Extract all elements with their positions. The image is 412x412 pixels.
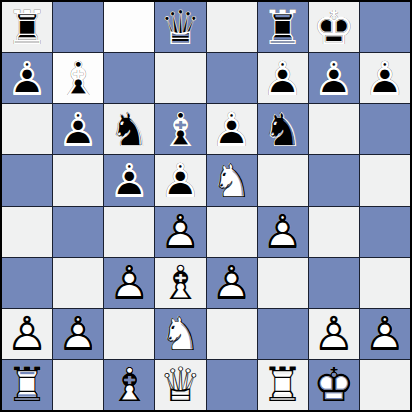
black-pawn-outline-icon: ♙ (53, 104, 103, 154)
square-g8[interactable]: ♚♔ (309, 2, 359, 52)
chess-board-frame: ♜♖♛♕♜♖♚♔♟♙♝♗♟♙♟♙♟♙♟♙♞♘♝♗♟♙♞♘♟♙♟♙♞♘♟♙♟♙♟♙… (0, 0, 412, 412)
square-c8[interactable] (104, 2, 154, 52)
square-c6[interactable]: ♞♘ (104, 104, 154, 154)
white-pawn-outline-icon: ♙ (155, 207, 205, 257)
black-pawn-outline-icon: ♙ (258, 53, 308, 103)
square-e7[interactable] (207, 53, 257, 103)
white-bishop-outline-icon: ♗ (104, 360, 154, 410)
square-b1[interactable] (53, 360, 103, 410)
black-rook-outline-icon: ♖ (2, 2, 52, 52)
square-e5[interactable]: ♞♘ (207, 155, 257, 205)
square-d3[interactable]: ♝♗ (155, 258, 205, 308)
white-pawn-outline-icon: ♙ (258, 207, 308, 257)
square-b6[interactable]: ♟♙ (53, 104, 103, 154)
black-knight-c6[interactable]: ♞♘ (104, 104, 154, 154)
white-pawn-outline-icon: ♙ (207, 258, 257, 308)
square-c5[interactable]: ♟♙ (104, 155, 154, 205)
black-pawn-outline-icon: ♙ (2, 53, 52, 103)
square-g4[interactable] (309, 207, 359, 257)
square-f8[interactable]: ♜♖ (258, 2, 308, 52)
square-f4[interactable]: ♟♙ (258, 207, 308, 257)
square-g6[interactable] (309, 104, 359, 154)
square-e1[interactable] (207, 360, 257, 410)
white-pawn-outline-icon: ♙ (309, 309, 359, 359)
square-a7[interactable]: ♟♙ (2, 53, 52, 103)
white-rook-a1[interactable]: ♜♖ (2, 360, 52, 410)
square-a8[interactable]: ♜♖ (2, 2, 52, 52)
square-b2[interactable]: ♟♙ (53, 309, 103, 359)
square-e4[interactable] (207, 207, 257, 257)
square-f3[interactable] (258, 258, 308, 308)
black-king-outline-icon: ♔ (309, 2, 359, 52)
square-h3[interactable] (360, 258, 410, 308)
black-pawn-outline-icon: ♙ (360, 53, 410, 103)
black-pawn-outline-icon: ♙ (207, 104, 257, 154)
white-pawn-outline-icon: ♙ (360, 309, 410, 359)
square-f6[interactable]: ♞♘ (258, 104, 308, 154)
white-pawn-f4[interactable]: ♟♙ (258, 207, 308, 257)
black-pawn-d5[interactable]: ♟♙ (155, 155, 205, 205)
white-pawn-h2[interactable]: ♟♙ (360, 309, 410, 359)
square-b4[interactable] (53, 207, 103, 257)
square-a5[interactable] (2, 155, 52, 205)
black-pawn-h7[interactable]: ♟♙ (360, 53, 410, 103)
square-e6[interactable]: ♟♙ (207, 104, 257, 154)
white-pawn-b2[interactable]: ♟♙ (53, 309, 103, 359)
square-d6[interactable]: ♝♗ (155, 104, 205, 154)
white-king-outline-icon: ♔ (309, 360, 359, 410)
square-c1[interactable]: ♝♗ (104, 360, 154, 410)
white-pawn-g2[interactable]: ♟♙ (309, 309, 359, 359)
black-rook-a8[interactable]: ♜♖ (2, 2, 52, 52)
square-g5[interactable] (309, 155, 359, 205)
white-knight-e5[interactable]: ♞♘ (207, 155, 257, 205)
white-pawn-e3[interactable]: ♟♙ (207, 258, 257, 308)
white-rook-outline-icon: ♖ (258, 360, 308, 410)
black-pawn-outline-icon: ♙ (155, 155, 205, 205)
white-queen-d1[interactable]: ♛♕ (155, 360, 205, 410)
square-c7[interactable] (104, 53, 154, 103)
black-pawn-a7[interactable]: ♟♙ (2, 53, 52, 103)
square-d8[interactable]: ♛♕ (155, 2, 205, 52)
square-h2[interactable]: ♟♙ (360, 309, 410, 359)
chess-board: ♜♖♛♕♜♖♚♔♟♙♝♗♟♙♟♙♟♙♟♙♞♘♝♗♟♙♞♘♟♙♟♙♞♘♟♙♟♙♟♙… (2, 2, 410, 410)
square-c4[interactable] (104, 207, 154, 257)
white-pawn-outline-icon: ♙ (53, 309, 103, 359)
black-pawn-f7[interactable]: ♟♙ (258, 53, 308, 103)
black-king-g8[interactable]: ♚♔ (309, 2, 359, 52)
white-knight-outline-icon: ♘ (207, 155, 257, 205)
square-a2[interactable]: ♟♙ (2, 309, 52, 359)
square-b3[interactable] (53, 258, 103, 308)
square-d2[interactable]: ♞♘ (155, 309, 205, 359)
square-a4[interactable] (2, 207, 52, 257)
square-c3[interactable]: ♟♙ (104, 258, 154, 308)
square-d5[interactable]: ♟♙ (155, 155, 205, 205)
black-queen-outline-icon: ♕ (155, 2, 205, 52)
square-c2[interactable] (104, 309, 154, 359)
square-a6[interactable] (2, 104, 52, 154)
square-g7[interactable]: ♟♙ (309, 53, 359, 103)
white-rook-f1[interactable]: ♜♖ (258, 360, 308, 410)
black-bishop-b7[interactable]: ♝♗ (53, 53, 103, 103)
white-pawn-a2[interactable]: ♟♙ (2, 309, 52, 359)
square-a3[interactable] (2, 258, 52, 308)
white-bishop-c1[interactable]: ♝♗ (104, 360, 154, 410)
square-d4[interactable]: ♟♙ (155, 207, 205, 257)
white-bishop-d3[interactable]: ♝♗ (155, 258, 205, 308)
black-rook-f8[interactable]: ♜♖ (258, 2, 308, 52)
white-knight-d2[interactable]: ♞♘ (155, 309, 205, 359)
white-pawn-outline-icon: ♙ (2, 309, 52, 359)
square-f1[interactable]: ♜♖ (258, 360, 308, 410)
white-king-g1[interactable]: ♚♔ (309, 360, 359, 410)
square-b8[interactable] (53, 2, 103, 52)
black-bishop-d6[interactable]: ♝♗ (155, 104, 205, 154)
square-d7[interactable] (155, 53, 205, 103)
black-bishop-outline-icon: ♗ (53, 53, 103, 103)
square-f2[interactable] (258, 309, 308, 359)
white-queen-outline-icon: ♕ (155, 360, 205, 410)
square-b5[interactable] (53, 155, 103, 205)
black-queen-d8[interactable]: ♛♕ (155, 2, 205, 52)
square-d1[interactable]: ♛♕ (155, 360, 205, 410)
square-a1[interactable]: ♜♖ (2, 360, 52, 410)
white-knight-outline-icon: ♘ (155, 309, 205, 359)
square-g2[interactable]: ♟♙ (309, 309, 359, 359)
black-bishop-outline-icon: ♗ (155, 104, 205, 154)
black-knight-f6[interactable]: ♞♘ (258, 104, 308, 154)
white-pawn-outline-icon: ♙ (104, 258, 154, 308)
black-pawn-c5[interactable]: ♟♙ (104, 155, 154, 205)
black-pawn-outline-icon: ♙ (309, 53, 359, 103)
square-h4[interactable] (360, 207, 410, 257)
black-rook-outline-icon: ♖ (258, 2, 308, 52)
square-e2[interactable] (207, 309, 257, 359)
black-pawn-e6[interactable]: ♟♙ (207, 104, 257, 154)
black-knight-outline-icon: ♘ (104, 104, 154, 154)
square-f5[interactable] (258, 155, 308, 205)
white-pawn-c3[interactable]: ♟♙ (104, 258, 154, 308)
square-e8[interactable] (207, 2, 257, 52)
square-e3[interactable]: ♟♙ (207, 258, 257, 308)
square-f7[interactable]: ♟♙ (258, 53, 308, 103)
black-pawn-b6[interactable]: ♟♙ (53, 104, 103, 154)
square-h6[interactable] (360, 104, 410, 154)
black-pawn-outline-icon: ♙ (104, 155, 154, 205)
square-h7[interactable]: ♟♙ (360, 53, 410, 103)
white-rook-outline-icon: ♖ (2, 360, 52, 410)
square-g1[interactable]: ♚♔ (309, 360, 359, 410)
square-h8[interactable] (360, 2, 410, 52)
square-g3[interactable] (309, 258, 359, 308)
square-h5[interactable] (360, 155, 410, 205)
black-pawn-g7[interactable]: ♟♙ (309, 53, 359, 103)
white-bishop-outline-icon: ♗ (155, 258, 205, 308)
white-pawn-d4[interactable]: ♟♙ (155, 207, 205, 257)
square-b7[interactable]: ♝♗ (53, 53, 103, 103)
square-h1[interactable] (360, 360, 410, 410)
black-knight-outline-icon: ♘ (258, 104, 308, 154)
